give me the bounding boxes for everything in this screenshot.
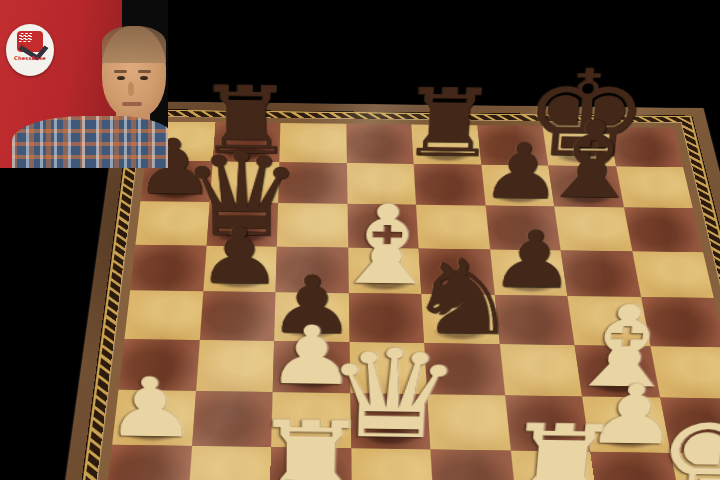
piece-white-r-c1: ♜ [251, 414, 373, 480]
square-a2: ♟ [112, 390, 195, 446]
square-h1: ♚ [670, 453, 720, 480]
presenter-plaid-shirt [12, 116, 168, 168]
presenter-eye [140, 76, 148, 80]
piece-white-r-f1: ♜ [498, 418, 627, 480]
square-e8: ♜ [411, 124, 481, 164]
square-f1: ♜ [510, 450, 598, 480]
square-b5: ♟ [203, 245, 277, 292]
presenter-photo: ChessBase [0, 0, 168, 168]
presenter-eye [117, 76, 125, 80]
square-b3 [196, 340, 275, 392]
piece-black-b-g7: ♝ [533, 115, 655, 206]
presenter-nose [128, 82, 134, 96]
square-b4 [199, 291, 275, 340]
board-frame-inlay: ♜♜♚♟♟♝♛♟♝♟♟♞♟♝♟♛♟♜♜♚ [78, 109, 720, 480]
square-g7: ♝ [548, 165, 623, 207]
presenter-mouth [122, 102, 142, 106]
video-still: ♜♜♚♟♟♝♛♟♝♟♟♞♟♝♟♛♟♜♜♚ ChessBase [0, 0, 720, 480]
presenter-figure [0, 0, 168, 168]
board-squares: ♜♜♚♟♟♝♛♟♝♟♟♞♟♝♟♛♟♜♜♚ [105, 121, 720, 480]
board-frame-inner: ♜♜♚♟♟♝♛♟♝♟♟♞♟♝♟♛♟♜♜♚ [93, 116, 720, 480]
square-h6 [623, 207, 703, 252]
square-a5 [130, 244, 206, 291]
piece-white-p-a2: ♟ [102, 372, 198, 443]
presenter-hair [102, 26, 166, 63]
square-c1: ♜ [269, 447, 351, 480]
presenter-head [102, 26, 166, 118]
square-a4 [124, 290, 202, 339]
square-a1 [105, 444, 191, 480]
